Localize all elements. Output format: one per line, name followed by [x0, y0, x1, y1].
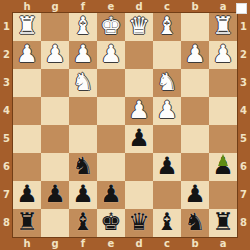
- square-f5[interactable]: [69, 125, 97, 153]
- square-g3[interactable]: [41, 69, 69, 97]
- square-d2[interactable]: [125, 41, 153, 69]
- black-pawn[interactable]: ♟: [97, 181, 125, 209]
- square-g8[interactable]: [41, 209, 69, 237]
- square-d7[interactable]: [125, 181, 153, 209]
- square-f8[interactable]: ♝: [69, 209, 97, 237]
- file-label-bottom-e: e: [97, 237, 125, 250]
- white-pawn[interactable]: ♟: [153, 97, 181, 125]
- square-g7[interactable]: ♟: [41, 181, 69, 209]
- white-pawn[interactable]: ♟: [181, 41, 209, 69]
- square-c7[interactable]: [153, 181, 181, 209]
- rank-label-left-6: 6: [0, 153, 13, 181]
- white-bishop[interactable]: ♝: [69, 13, 97, 41]
- white-pawn[interactable]: ♟: [125, 97, 153, 125]
- square-h4[interactable]: [13, 97, 41, 125]
- square-c5[interactable]: [153, 125, 181, 153]
- square-d4[interactable]: ♟: [125, 97, 153, 125]
- square-e2[interactable]: ♟: [97, 41, 125, 69]
- square-a8[interactable]: ♜: [209, 209, 237, 237]
- rank-labels-right: 12345678: [237, 13, 250, 237]
- black-bishop[interactable]: ♝: [153, 209, 181, 237]
- square-f4[interactable]: [69, 97, 97, 125]
- rank-label-right-1: 1: [237, 13, 250, 41]
- rank-label-left-5: 5: [0, 125, 13, 153]
- square-g5[interactable]: [41, 125, 69, 153]
- white-pawn[interactable]: ♟: [41, 41, 69, 69]
- black-queen[interactable]: ♛: [125, 209, 153, 237]
- square-a5[interactable]: [209, 125, 237, 153]
- square-h7[interactable]: ♟: [13, 181, 41, 209]
- white-bishop[interactable]: ♝: [153, 13, 181, 41]
- black-pawn[interactable]: ♟: [125, 125, 153, 153]
- rank-label-left-8: 8: [0, 209, 13, 237]
- square-h6[interactable]: [13, 153, 41, 181]
- square-f2[interactable]: ♟: [69, 41, 97, 69]
- square-f3[interactable]: ♞: [69, 69, 97, 97]
- file-label-bottom-c: c: [153, 237, 181, 250]
- black-rook[interactable]: ♜: [13, 209, 41, 237]
- black-pawn[interactable]: ♟: [41, 181, 69, 209]
- chess-board-widget: hgfedcba hgfedcba 12345678 12345678 ♜♝♚♛…: [0, 0, 250, 250]
- square-f7[interactable]: ♟: [69, 181, 97, 209]
- white-pawn[interactable]: ♟: [209, 41, 237, 69]
- square-d5[interactable]: ♟: [125, 125, 153, 153]
- square-e5[interactable]: [97, 125, 125, 153]
- black-pawn[interactable]: ♟: [153, 153, 181, 181]
- board: ♜♝♚♛♝♜♟♟♟♟♟♟♞♞♟♟♟♞♟♟♟♟♟♟♟♜♝♚♛♝♞♜: [13, 13, 237, 237]
- file-label-bottom-f: f: [69, 237, 97, 250]
- square-a1[interactable]: ♜: [209, 13, 237, 41]
- white-knight[interactable]: ♞: [153, 69, 181, 97]
- square-c3[interactable]: ♞: [153, 69, 181, 97]
- square-g1[interactable]: [41, 13, 69, 41]
- square-c1[interactable]: ♝: [153, 13, 181, 41]
- black-pawn[interactable]: ♟: [181, 181, 209, 209]
- square-b3[interactable]: [181, 69, 209, 97]
- black-knight[interactable]: ♞: [181, 209, 209, 237]
- square-f1[interactable]: ♝: [69, 13, 97, 41]
- square-d3[interactable]: [125, 69, 153, 97]
- rank-label-right-7: 7: [237, 181, 250, 209]
- square-b8[interactable]: ♞: [181, 209, 209, 237]
- file-label-bottom-h: h: [13, 237, 41, 250]
- file-label-top-b: b: [181, 0, 209, 13]
- white-pawn[interactable]: ♟: [69, 41, 97, 69]
- square-d8[interactable]: ♛: [125, 209, 153, 237]
- white-queen[interactable]: ♛: [125, 13, 153, 41]
- white-pawn[interactable]: ♟: [13, 41, 41, 69]
- black-pawn[interactable]: ♟: [209, 153, 237, 181]
- square-b7[interactable]: ♟: [181, 181, 209, 209]
- white-pawn[interactable]: ♟: [97, 41, 125, 69]
- square-d6[interactable]: [125, 153, 153, 181]
- square-c4[interactable]: ♟: [153, 97, 181, 125]
- square-h1[interactable]: ♜: [13, 13, 41, 41]
- square-g4[interactable]: [41, 97, 69, 125]
- square-e4[interactable]: [97, 97, 125, 125]
- square-h5[interactable]: [13, 125, 41, 153]
- rank-label-left-7: 7: [0, 181, 13, 209]
- white-rook[interactable]: ♜: [209, 13, 237, 41]
- square-e6[interactable]: [97, 153, 125, 181]
- square-g2[interactable]: ♟: [41, 41, 69, 69]
- square-b1[interactable]: [181, 13, 209, 41]
- rank-label-right-5: 5: [237, 125, 250, 153]
- rank-label-left-3: 3: [0, 69, 13, 97]
- file-label-top-g: g: [41, 0, 69, 13]
- square-e1[interactable]: ♚: [97, 13, 125, 41]
- black-king[interactable]: ♚: [97, 209, 125, 237]
- square-h8[interactable]: ♜: [13, 209, 41, 237]
- square-b2[interactable]: ♟: [181, 41, 209, 69]
- file-label-bottom-b: b: [181, 237, 209, 250]
- rank-label-left-1: 1: [0, 13, 13, 41]
- square-f6[interactable]: ♞: [69, 153, 97, 181]
- square-g6[interactable]: [41, 153, 69, 181]
- square-e7[interactable]: ♟: [97, 181, 125, 209]
- rank-label-left-2: 2: [0, 41, 13, 69]
- square-h2[interactable]: ♟: [13, 41, 41, 69]
- black-knight[interactable]: ♞: [69, 153, 97, 181]
- rank-label-right-3: 3: [237, 69, 250, 97]
- square-b6[interactable]: [181, 153, 209, 181]
- square-e8[interactable]: ♚: [97, 209, 125, 237]
- rank-label-right-8: 8: [237, 209, 250, 237]
- square-d1[interactable]: ♛: [125, 13, 153, 41]
- file-label-bottom-g: g: [41, 237, 69, 250]
- square-e3[interactable]: [97, 69, 125, 97]
- rank-labels-left: 12345678: [0, 13, 13, 237]
- black-bishop[interactable]: ♝: [69, 209, 97, 237]
- white-knight[interactable]: ♞: [69, 69, 97, 97]
- square-c2[interactable]: [153, 41, 181, 69]
- black-pawn[interactable]: ♟: [69, 181, 97, 209]
- file-labels-top: hgfedcba: [13, 0, 237, 13]
- rank-label-right-2: 2: [237, 41, 250, 69]
- square-c6[interactable]: ♟: [153, 153, 181, 181]
- square-a4[interactable]: [209, 97, 237, 125]
- white-rook[interactable]: ♜: [13, 13, 41, 41]
- white-to-move-indicator: [236, 3, 247, 14]
- square-a2[interactable]: ♟: [209, 41, 237, 69]
- file-label-bottom-a: a: [209, 237, 237, 250]
- square-a6[interactable]: ♟: [209, 153, 237, 181]
- white-king[interactable]: ♚: [97, 13, 125, 41]
- file-label-bottom-d: d: [125, 237, 153, 250]
- rank-label-left-4: 4: [0, 97, 13, 125]
- rank-label-right-4: 4: [237, 97, 250, 125]
- black-pawn[interactable]: ♟: [13, 181, 41, 209]
- square-c8[interactable]: ♝: [153, 209, 181, 237]
- square-a7[interactable]: [209, 181, 237, 209]
- square-a3[interactable]: [209, 69, 237, 97]
- file-labels-bottom: hgfedcba: [13, 237, 237, 250]
- square-b4[interactable]: [181, 97, 209, 125]
- square-h3[interactable]: [13, 69, 41, 97]
- square-b5[interactable]: [181, 125, 209, 153]
- rank-label-right-6: 6: [237, 153, 250, 181]
- black-rook[interactable]: ♜: [209, 209, 237, 237]
